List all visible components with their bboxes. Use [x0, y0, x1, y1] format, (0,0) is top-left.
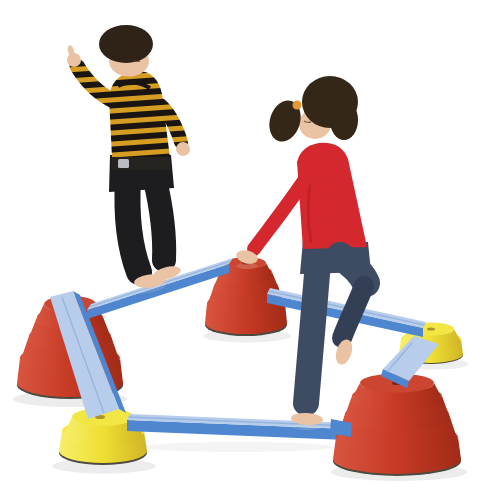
girl [235, 76, 371, 430]
product-photo [0, 0, 500, 500]
boy-hand-right [176, 142, 190, 156]
stone-top-hole [427, 327, 435, 330]
girl-shin-right [342, 286, 364, 338]
floor-shadow [142, 442, 332, 452]
girl-hair-back [330, 100, 358, 140]
balance-course-scene [0, 0, 500, 500]
girl-hair-tie [293, 101, 302, 110]
boy-arm-left [77, 66, 116, 102]
boy [67, 25, 190, 295]
hand-contact-shadow [236, 263, 258, 269]
boy-belt-buckle [118, 159, 129, 168]
girl-leg-left [306, 262, 318, 403]
boy-leg-left [127, 180, 139, 272]
boy-leg-right [155, 180, 164, 260]
stepping-stone-red-large-right [333, 374, 461, 477]
boy-hair [99, 25, 153, 63]
